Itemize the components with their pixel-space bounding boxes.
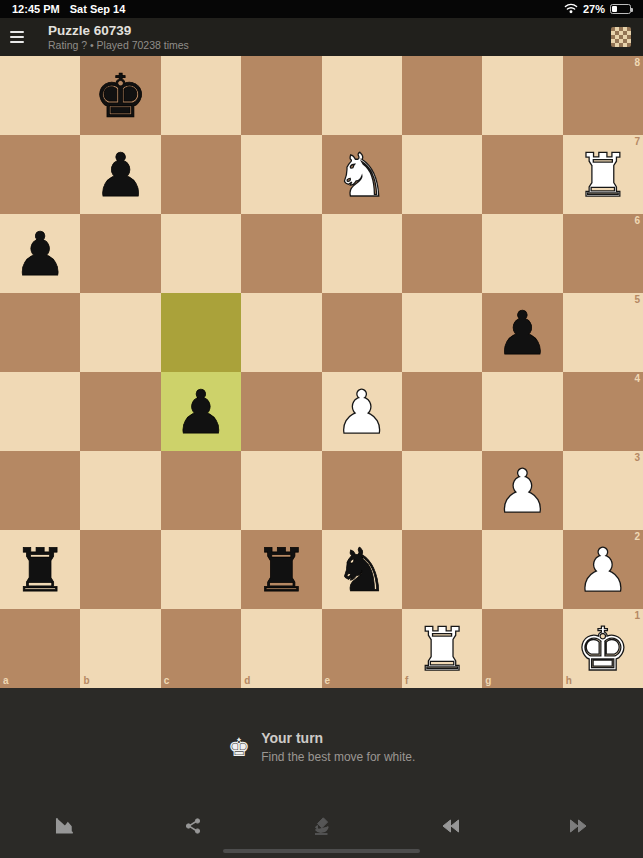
square-h6[interactable]: 6: [563, 214, 643, 293]
mini-board-icon[interactable]: [611, 27, 631, 47]
file-label-c: c: [164, 676, 170, 686]
home-indicator[interactable]: [223, 849, 420, 853]
square-e6[interactable]: [322, 214, 402, 293]
black-rook[interactable]: ♜: [254, 540, 308, 600]
square-h4[interactable]: 4: [563, 372, 643, 451]
clock-date: Sat Sep 14: [70, 3, 126, 15]
square-f1[interactable]: f♜: [402, 609, 482, 688]
turn-subtitle: Find the best move for white.: [261, 750, 415, 765]
file-label-d: d: [244, 676, 250, 686]
battery-icon: [610, 4, 631, 14]
square-f2[interactable]: [402, 530, 482, 609]
analysis-chart-button[interactable]: [0, 808, 129, 844]
square-f7[interactable]: [402, 135, 482, 214]
square-d2[interactable]: ♜: [241, 530, 321, 609]
rewind-icon: [439, 816, 461, 836]
square-b4[interactable]: [80, 372, 160, 451]
square-a4[interactable]: [0, 372, 80, 451]
white-king-icon: ♚: [228, 735, 250, 760]
file-label-h: h: [566, 676, 572, 686]
square-a6[interactable]: ♟: [0, 214, 80, 293]
file-label-g: g: [485, 676, 491, 686]
turn-title: Your turn: [261, 730, 415, 748]
puzzle-meta: Rating ? • Played 70238 times: [48, 39, 611, 51]
bottom-panel: ♚ Your turn Find the best move for white…: [0, 688, 643, 858]
rank-label-5: 5: [634, 295, 640, 305]
bottom-toolbar: [0, 808, 643, 844]
clock-time: 12:45 PM: [12, 3, 60, 15]
rank-label-8: 8: [634, 58, 640, 68]
black-pawn[interactable]: ♟: [13, 224, 67, 284]
square-a5[interactable]: [0, 293, 80, 372]
file-label-b: b: [83, 676, 89, 686]
rank-label-1: 1: [634, 611, 640, 621]
square-d4[interactable]: [241, 372, 321, 451]
square-g1[interactable]: g: [482, 609, 562, 688]
square-e4[interactable]: ♟: [322, 372, 402, 451]
white-rook[interactable]: ♜: [576, 145, 630, 205]
black-pawn[interactable]: ♟: [94, 145, 148, 205]
rank-label-4: 4: [634, 374, 640, 384]
status-bar: 12:45 PM Sat Sep 14 27%: [0, 0, 643, 18]
white-pawn[interactable]: ♟: [576, 540, 630, 600]
square-d6[interactable]: [241, 214, 321, 293]
square-b8[interactable]: ♚: [80, 56, 160, 135]
white-pawn[interactable]: ♟: [335, 382, 389, 442]
square-c3[interactable]: [161, 451, 241, 530]
square-h8[interactable]: 8: [563, 56, 643, 135]
square-c6[interactable]: [161, 214, 241, 293]
square-c1[interactable]: c: [161, 609, 241, 688]
square-b1[interactable]: b: [80, 609, 160, 688]
square-a7[interactable]: [0, 135, 80, 214]
square-g5[interactable]: ♟: [482, 293, 562, 372]
square-h5[interactable]: 5: [563, 293, 643, 372]
fast-forward-icon: [568, 816, 590, 836]
square-b5[interactable]: [80, 293, 160, 372]
black-knight[interactable]: ♞: [335, 540, 389, 600]
square-b3[interactable]: [80, 451, 160, 530]
rank-label-7: 7: [634, 137, 640, 147]
square-g3[interactable]: ♟: [482, 451, 562, 530]
black-pawn[interactable]: ♟: [174, 382, 228, 442]
page-title: Puzzle 60739: [48, 23, 611, 39]
app-header: Puzzle 60739 Rating ? • Played 70238 tim…: [0, 18, 643, 56]
microscope-icon: [311, 816, 331, 836]
square-g2[interactable]: [482, 530, 562, 609]
white-rook[interactable]: ♜: [415, 619, 469, 679]
square-g8[interactable]: [482, 56, 562, 135]
square-h3[interactable]: 3: [563, 451, 643, 530]
square-c4[interactable]: ♟: [161, 372, 241, 451]
square-c7[interactable]: [161, 135, 241, 214]
square-e2[interactable]: ♞: [322, 530, 402, 609]
battery-percent: 27%: [583, 3, 605, 15]
rank-label-2: 2: [634, 532, 640, 542]
square-e3[interactable]: [322, 451, 402, 530]
black-king[interactable]: ♚: [94, 66, 148, 126]
analysis-board-button[interactable]: [257, 808, 386, 844]
square-f5[interactable]: [402, 293, 482, 372]
square-f8[interactable]: [402, 56, 482, 135]
rank-label-6: 6: [634, 216, 640, 226]
square-g6[interactable]: [482, 214, 562, 293]
file-label-f: f: [405, 676, 408, 686]
square-d5[interactable]: [241, 293, 321, 372]
square-f4[interactable]: [402, 372, 482, 451]
white-knight[interactable]: ♞: [335, 145, 389, 205]
square-h2[interactable]: 2♟: [563, 530, 643, 609]
file-label-e: e: [325, 676, 331, 686]
share-button[interactable]: [129, 808, 258, 844]
wifi-icon: [564, 2, 578, 16]
square-d1[interactable]: d: [241, 609, 321, 688]
white-king[interactable]: ♚: [576, 619, 630, 679]
square-b6[interactable]: [80, 214, 160, 293]
puzzle-app: 12:45 PM Sat Sep 14 27% Puzzle 60739 Rat…: [0, 0, 643, 858]
square-d8[interactable]: [241, 56, 321, 135]
square-h1[interactable]: 1h♚: [563, 609, 643, 688]
square-e1[interactable]: e: [322, 609, 402, 688]
black-pawn[interactable]: ♟: [496, 303, 550, 363]
file-label-a: a: [3, 676, 9, 686]
square-d3[interactable]: [241, 451, 321, 530]
square-c2[interactable]: [161, 530, 241, 609]
square-h7[interactable]: 7♜: [563, 135, 643, 214]
square-a2[interactable]: ♜: [0, 530, 80, 609]
square-b2[interactable]: [80, 530, 160, 609]
square-d7[interactable]: [241, 135, 321, 214]
square-e8[interactable]: [322, 56, 402, 135]
share-icon: [184, 817, 202, 835]
square-a8[interactable]: [0, 56, 80, 135]
chess-board[interactable]: ♚8♟♞7♜♟6♟5♟♟4♟3♜♜♞2♟abcdef♜g1h♚: [0, 56, 643, 688]
square-b7[interactable]: ♟: [80, 135, 160, 214]
rewind-button[interactable]: [386, 808, 515, 844]
menu-hamburger-icon[interactable]: [10, 27, 36, 47]
square-f6[interactable]: [402, 214, 482, 293]
square-c8[interactable]: [161, 56, 241, 135]
rank-label-3: 3: [634, 453, 640, 463]
black-rook[interactable]: ♜: [13, 540, 67, 600]
square-e7[interactable]: ♞: [322, 135, 402, 214]
square-g7[interactable]: [482, 135, 562, 214]
area-chart-icon: [53, 815, 75, 837]
forward-button[interactable]: [514, 808, 643, 844]
square-a3[interactable]: [0, 451, 80, 530]
square-a1[interactable]: a: [0, 609, 80, 688]
turn-indicator: ♚ Your turn Find the best move for white…: [0, 730, 643, 765]
square-c5[interactable]: [161, 293, 241, 372]
square-g4[interactable]: [482, 372, 562, 451]
square-f3[interactable]: [402, 451, 482, 530]
square-e5[interactable]: [322, 293, 402, 372]
white-pawn[interactable]: ♟: [496, 461, 550, 521]
